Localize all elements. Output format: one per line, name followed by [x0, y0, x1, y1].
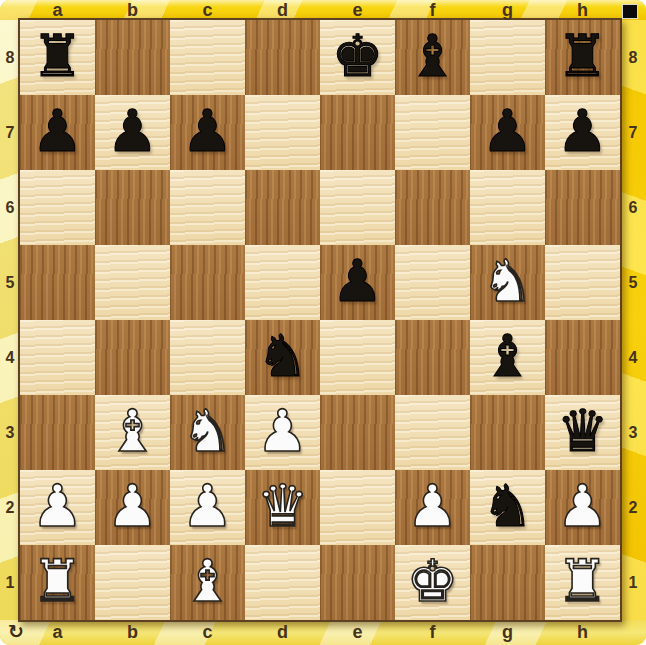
square-e3[interactable] — [320, 395, 395, 470]
square-d4[interactable]: ♞ — [245, 320, 320, 395]
chess-board: ♜♚♝♜♟♟♟♟♟♟♞♞♝♝♞♟♛♟♟♟♛♟♞♟♜♝♚♜ — [18, 18, 622, 622]
square-e7[interactable] — [320, 95, 395, 170]
file-labels-bottom: abcdefgh — [20, 620, 620, 645]
square-e4[interactable] — [320, 320, 395, 395]
piece-black-pawn[interactable]: ♟ — [545, 95, 620, 170]
file-label-b: b — [95, 0, 170, 20]
square-d8[interactable] — [245, 20, 320, 95]
file-label-e: e — [320, 0, 395, 20]
rank-label-6: 6 — [0, 170, 20, 245]
square-e5[interactable]: ♟ — [320, 245, 395, 320]
piece-black-knight[interactable]: ♞ — [470, 470, 545, 545]
chessboard-app: ♜♚♝♜♟♟♟♟♟♟♞♞♝♝♞♟♛♟♟♟♛♟♞♟♜♝♚♜ abcdefgh ab… — [0, 0, 646, 645]
square-a6[interactable] — [20, 170, 95, 245]
square-g4[interactable]: ♝ — [470, 320, 545, 395]
square-f6[interactable] — [395, 170, 470, 245]
square-f3[interactable] — [395, 395, 470, 470]
square-b1[interactable] — [95, 545, 170, 620]
square-a2[interactable]: ♟ — [20, 470, 95, 545]
file-labels-top: abcdefgh — [20, 0, 620, 20]
piece-white-king[interactable]: ♚ — [395, 545, 470, 620]
file-label-b: b — [95, 620, 170, 645]
piece-white-pawn[interactable]: ♟ — [95, 470, 170, 545]
rank-label-5: 5 — [0, 245, 20, 320]
rank-label-3: 3 — [0, 395, 20, 470]
square-b8[interactable] — [95, 20, 170, 95]
rank-label-7: 7 — [0, 95, 20, 170]
file-label-e: e — [320, 620, 395, 645]
square-h2[interactable]: ♟ — [545, 470, 620, 545]
file-label-g: g — [470, 0, 545, 20]
square-a5[interactable] — [20, 245, 95, 320]
piece-white-rook[interactable]: ♜ — [545, 545, 620, 620]
square-c8[interactable] — [170, 20, 245, 95]
piece-black-pawn[interactable]: ♟ — [320, 245, 395, 320]
piece-white-bishop[interactable]: ♝ — [95, 395, 170, 470]
square-h4[interactable] — [545, 320, 620, 395]
file-label-d: d — [245, 620, 320, 645]
square-h3[interactable]: ♛ — [545, 395, 620, 470]
square-c3[interactable]: ♞ — [170, 395, 245, 470]
square-f7[interactable] — [395, 95, 470, 170]
piece-black-pawn[interactable]: ♟ — [95, 95, 170, 170]
rank-label-7: 7 — [620, 95, 646, 170]
rank-label-3: 3 — [620, 395, 646, 470]
square-g2[interactable]: ♞ — [470, 470, 545, 545]
piece-black-bishop[interactable]: ♝ — [470, 320, 545, 395]
piece-white-knight[interactable]: ♞ — [470, 245, 545, 320]
square-b4[interactable] — [95, 320, 170, 395]
rank-label-2: 2 — [620, 470, 646, 545]
square-g5[interactable]: ♞ — [470, 245, 545, 320]
square-g1[interactable] — [470, 545, 545, 620]
file-label-h: h — [545, 0, 620, 20]
piece-white-bishop[interactable]: ♝ — [170, 545, 245, 620]
square-g6[interactable] — [470, 170, 545, 245]
square-g8[interactable] — [470, 20, 545, 95]
square-a7[interactable]: ♟ — [20, 95, 95, 170]
square-c6[interactable] — [170, 170, 245, 245]
square-a3[interactable] — [20, 395, 95, 470]
square-b3[interactable]: ♝ — [95, 395, 170, 470]
square-c2[interactable]: ♟ — [170, 470, 245, 545]
square-e6[interactable] — [320, 170, 395, 245]
piece-black-bishop[interactable]: ♝ — [395, 20, 470, 95]
square-a1[interactable]: ♜ — [20, 545, 95, 620]
square-d6[interactable] — [245, 170, 320, 245]
square-g3[interactable] — [470, 395, 545, 470]
piece-black-pawn[interactable]: ♟ — [170, 95, 245, 170]
piece-black-queen[interactable]: ♛ — [545, 395, 620, 470]
rank-label-1: 1 — [0, 545, 20, 620]
square-d1[interactable] — [245, 545, 320, 620]
square-f5[interactable] — [395, 245, 470, 320]
rank-label-2: 2 — [0, 470, 20, 545]
square-b2[interactable]: ♟ — [95, 470, 170, 545]
rank-labels-left: 87654321 — [0, 20, 20, 620]
square-h6[interactable] — [545, 170, 620, 245]
file-label-c: c — [170, 620, 245, 645]
square-f8[interactable]: ♝ — [395, 20, 470, 95]
file-label-c: c — [170, 0, 245, 20]
square-f4[interactable] — [395, 320, 470, 395]
rank-label-1: 1 — [620, 545, 646, 620]
square-a4[interactable] — [20, 320, 95, 395]
square-d5[interactable] — [245, 245, 320, 320]
piece-white-rook[interactable]: ♜ — [20, 545, 95, 620]
file-label-a: a — [20, 0, 95, 20]
file-label-f: f — [395, 620, 470, 645]
file-label-g: g — [470, 620, 545, 645]
rank-label-6: 6 — [620, 170, 646, 245]
square-e1[interactable] — [320, 545, 395, 620]
square-d2[interactable]: ♛ — [245, 470, 320, 545]
piece-black-king[interactable]: ♚ — [320, 20, 395, 95]
piece-black-pawn[interactable]: ♟ — [470, 95, 545, 170]
piece-white-knight[interactable]: ♞ — [170, 395, 245, 470]
square-a8[interactable]: ♜ — [20, 20, 95, 95]
piece-white-pawn[interactable]: ♟ — [395, 470, 470, 545]
piece-white-queen[interactable]: ♛ — [245, 470, 320, 545]
square-h8[interactable]: ♜ — [545, 20, 620, 95]
rank-label-4: 4 — [620, 320, 646, 395]
piece-white-pawn[interactable]: ♟ — [245, 395, 320, 470]
square-b5[interactable] — [95, 245, 170, 320]
file-label-a: a — [20, 620, 95, 645]
square-g7[interactable]: ♟ — [470, 95, 545, 170]
square-b7[interactable]: ♟ — [95, 95, 170, 170]
rank-label-4: 4 — [0, 320, 20, 395]
piece-white-pawn[interactable]: ♟ — [170, 470, 245, 545]
piece-black-rook[interactable]: ♜ — [545, 20, 620, 95]
piece-black-pawn[interactable]: ♟ — [20, 95, 95, 170]
rank-label-8: 8 — [0, 20, 20, 95]
square-c5[interactable] — [170, 245, 245, 320]
piece-black-rook[interactable]: ♜ — [20, 20, 95, 95]
square-h1[interactable]: ♜ — [545, 545, 620, 620]
piece-white-pawn[interactable]: ♟ — [545, 470, 620, 545]
square-c4[interactable] — [170, 320, 245, 395]
square-d3[interactable]: ♟ — [245, 395, 320, 470]
file-label-f: f — [395, 0, 470, 20]
square-f2[interactable]: ♟ — [395, 470, 470, 545]
piece-white-pawn[interactable]: ♟ — [20, 470, 95, 545]
square-h7[interactable]: ♟ — [545, 95, 620, 170]
square-h5[interactable] — [545, 245, 620, 320]
rank-label-8: 8 — [620, 20, 646, 95]
square-f1[interactable]: ♚ — [395, 545, 470, 620]
file-label-h: h — [545, 620, 620, 645]
square-e8[interactable]: ♚ — [320, 20, 395, 95]
square-c1[interactable]: ♝ — [170, 545, 245, 620]
piece-black-knight[interactable]: ♞ — [245, 320, 320, 395]
square-d7[interactable] — [245, 95, 320, 170]
square-c7[interactable]: ♟ — [170, 95, 245, 170]
square-b6[interactable] — [95, 170, 170, 245]
file-label-d: d — [245, 0, 320, 20]
rank-label-5: 5 — [620, 245, 646, 320]
square-e2[interactable] — [320, 470, 395, 545]
flip-board-icon[interactable]: ↻ — [5, 619, 27, 643]
rank-labels-right: 87654321 — [620, 20, 646, 620]
black-to-move-indicator — [622, 4, 638, 19]
